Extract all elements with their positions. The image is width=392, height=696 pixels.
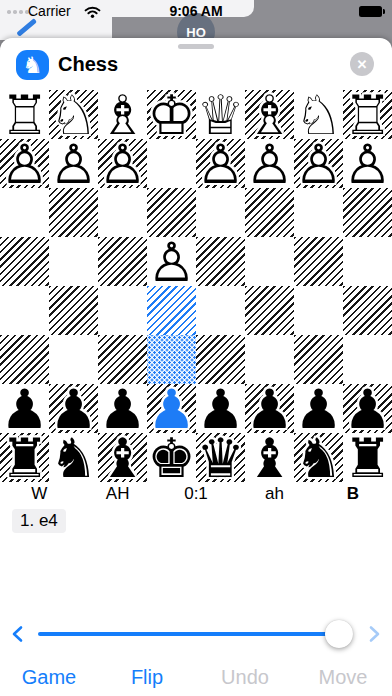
square-b2[interactable]: ♟♙ <box>294 139 343 188</box>
square-f3[interactable] <box>98 188 147 237</box>
bottom-toolbar: Game Flip Undo Move <box>0 662 392 696</box>
close-button[interactable]: ✕ <box>350 52 374 76</box>
piece-P-f2: ♟♙ <box>94 135 152 193</box>
piece-p-c7: ♟ <box>241 380 299 438</box>
piece-r-a8: ♜ <box>339 429 392 487</box>
square-d1[interactable]: ♛♕ <box>196 90 245 139</box>
piece-B-f1: ♝♗ <box>94 86 152 144</box>
status-bar: Carrier 9:06 AM <box>0 0 392 20</box>
square-c6[interactable] <box>245 335 294 384</box>
square-e4[interactable]: ♟♙ <box>147 237 196 286</box>
square-c4[interactable] <box>245 237 294 286</box>
piece-n-b8: ♞ <box>290 429 348 487</box>
piece-p-f7: ♟ <box>94 380 152 438</box>
square-f4[interactable] <box>98 237 147 286</box>
slider-knob[interactable] <box>325 620 353 648</box>
move-list-current-move[interactable]: 1. e4 <box>12 509 66 533</box>
piece-B-c1: ♝♗ <box>241 86 299 144</box>
piece-p-g7: ♟ <box>45 380 103 438</box>
square-c8[interactable]: ♝ <box>245 433 294 482</box>
sheet-header: ♞ Chess ✕ <box>0 48 392 84</box>
square-e1[interactable]: ♚♔ <box>147 90 196 139</box>
game-button[interactable]: Game <box>0 662 98 696</box>
square-c7[interactable]: ♟ <box>245 384 294 433</box>
move-button[interactable]: Move <box>294 662 392 696</box>
piece-N-g1: ♞♘ <box>45 86 103 144</box>
square-d7[interactable]: ♟ <box>196 384 245 433</box>
piece-R-a1: ♜♖ <box>339 86 392 144</box>
square-g8[interactable]: ♞ <box>49 433 98 482</box>
screen: HO Carrier 9:06 AM ♞ Chess ✕ ♜♖♞♘♝♗♚♔♛♕♝… <box>0 0 392 696</box>
square-g6[interactable] <box>49 335 98 384</box>
square-e7[interactable]: ♟ <box>147 384 196 433</box>
square-g2[interactable]: ♟♙ <box>49 139 98 188</box>
square-h4[interactable] <box>0 237 49 286</box>
square-e8[interactable]: ♚ <box>147 433 196 482</box>
square-b1[interactable]: ♞♘ <box>294 90 343 139</box>
square-e6[interactable] <box>147 335 196 384</box>
black-castling-rights: ah <box>235 484 313 506</box>
square-a3[interactable] <box>343 188 392 237</box>
square-f6[interactable] <box>98 335 147 384</box>
square-a2[interactable]: ♟♙ <box>343 139 392 188</box>
piece-n-g8: ♞ <box>45 429 103 487</box>
square-g1[interactable]: ♞♘ <box>49 90 98 139</box>
square-c2[interactable]: ♟♙ <box>245 139 294 188</box>
battery-icon <box>359 6 382 17</box>
chess-board[interactable]: ♜♖♞♘♝♗♚♔♛♕♝♗♞♘♜♖♟♙♟♙♟♙♟♙♟♙♟♙♟♙♟♙♟♟♟♟♟♟♟♟… <box>0 90 392 482</box>
white-to-move-label: W <box>0 484 78 506</box>
square-f2[interactable]: ♟♙ <box>98 139 147 188</box>
piece-K-e1: ♚♔ <box>143 86 201 144</box>
square-h7[interactable]: ♟ <box>0 384 49 433</box>
square-h3[interactable] <box>0 188 49 237</box>
square-d5[interactable] <box>196 286 245 335</box>
game-info-row: W AH 0:1 ah B <box>0 484 392 506</box>
carrier-label: Carrier <box>28 3 71 19</box>
square-f8[interactable]: ♝ <box>98 433 147 482</box>
square-b6[interactable] <box>294 335 343 384</box>
square-b7[interactable]: ♟ <box>294 384 343 433</box>
piece-P-a2: ♟♙ <box>339 135 392 193</box>
square-d3[interactable] <box>196 188 245 237</box>
square-g4[interactable] <box>49 237 98 286</box>
square-c3[interactable] <box>245 188 294 237</box>
chess-app-icon: ♞ <box>16 50 49 80</box>
white-castling-rights: AH <box>78 484 156 506</box>
move-counter: 0:1 <box>157 484 235 506</box>
square-c1[interactable]: ♝♗ <box>245 90 294 139</box>
square-c5[interactable] <box>245 286 294 335</box>
square-g5[interactable] <box>49 286 98 335</box>
square-b4[interactable] <box>294 237 343 286</box>
piece-P-b2: ♟♙ <box>290 135 348 193</box>
clock-label: 9:06 AM <box>148 3 244 19</box>
square-d4[interactable] <box>196 237 245 286</box>
square-a1[interactable]: ♜♖ <box>343 90 392 139</box>
square-h5[interactable] <box>0 286 49 335</box>
square-h8[interactable]: ♜ <box>0 433 49 482</box>
square-a6[interactable] <box>343 335 392 384</box>
flip-button[interactable]: Flip <box>98 662 196 696</box>
square-a4[interactable] <box>343 237 392 286</box>
square-a5[interactable] <box>343 286 392 335</box>
piece-p-e7: ♟ <box>143 380 201 438</box>
piece-p-d7: ♟ <box>192 380 250 438</box>
move-slider <box>0 617 392 651</box>
piece-P-h2: ♟♙ <box>0 135 53 193</box>
undo-button[interactable]: Undo <box>196 662 294 696</box>
square-e3[interactable] <box>147 188 196 237</box>
square-b3[interactable] <box>294 188 343 237</box>
square-h6[interactable] <box>0 335 49 384</box>
square-b8[interactable]: ♞ <box>294 433 343 482</box>
square-f5[interactable] <box>98 286 147 335</box>
signal-dots-icon <box>7 10 29 14</box>
slider-track[interactable] <box>38 632 339 636</box>
piece-r-h8: ♜ <box>0 429 53 487</box>
square-f7[interactable]: ♟ <box>98 384 147 433</box>
chevron-right-icon[interactable] <box>364 624 384 644</box>
piece-b-f8: ♝ <box>94 429 152 487</box>
square-b5[interactable] <box>294 286 343 335</box>
piece-P-e4: ♟♙ <box>143 233 201 291</box>
square-h1[interactable]: ♜♖ <box>0 90 49 139</box>
app-title: Chess <box>58 53 118 76</box>
square-a8[interactable]: ♜ <box>343 433 392 482</box>
piece-p-b7: ♟ <box>290 380 348 438</box>
wifi-icon <box>84 4 101 22</box>
square-d8[interactable]: ♛ <box>196 433 245 482</box>
piece-P-g2: ♟♙ <box>45 135 103 193</box>
square-e2[interactable] <box>147 139 196 188</box>
square-g3[interactable] <box>49 188 98 237</box>
piece-p-a7: ♟ <box>339 380 392 438</box>
square-d6[interactable] <box>196 335 245 384</box>
piece-R-h1: ♜♖ <box>0 86 53 144</box>
square-a7[interactable]: ♟ <box>343 384 392 433</box>
piece-q-d8: ♛ <box>192 429 250 487</box>
black-to-move-label: B <box>314 484 392 506</box>
square-d2[interactable]: ♟♙ <box>196 139 245 188</box>
piece-Q-d1: ♛♕ <box>192 86 250 144</box>
square-h2[interactable]: ♟♙ <box>0 139 49 188</box>
piece-b-c8: ♝ <box>241 429 299 487</box>
square-e5[interactable] <box>147 286 196 335</box>
piece-P-c2: ♟♙ <box>241 135 299 193</box>
piece-N-b1: ♞♘ <box>290 86 348 144</box>
piece-P-d2: ♟♙ <box>192 135 250 193</box>
square-g7[interactable]: ♟ <box>49 384 98 433</box>
piece-p-h7: ♟ <box>0 380 53 438</box>
square-f1[interactable]: ♝♗ <box>98 90 147 139</box>
chevron-left-icon[interactable] <box>8 624 28 644</box>
piece-k-e8: ♚ <box>143 429 201 487</box>
